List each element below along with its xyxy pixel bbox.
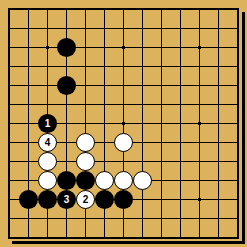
board-intersection[interactable] — [190, 228, 209, 247]
white-stone — [76, 133, 95, 152]
board-intersection[interactable] — [190, 171, 209, 190]
go-board-diagram: 1432 — [0, 0, 247, 247]
board-intersection[interactable] — [114, 190, 133, 209]
black-stone — [95, 190, 114, 209]
board-intersection[interactable] — [171, 95, 190, 114]
board-intersection[interactable] — [190, 76, 209, 95]
board-intersection[interactable] — [190, 114, 209, 133]
board-intersection[interactable] — [19, 171, 38, 190]
board-intersection[interactable] — [171, 0, 190, 19]
board-intersection[interactable] — [152, 19, 171, 38]
board-intersection[interactable] — [57, 152, 76, 171]
board-intersection[interactable] — [114, 133, 133, 152]
board-intersection[interactable] — [95, 0, 114, 19]
board-intersection[interactable] — [133, 171, 152, 190]
board-intersection[interactable] — [38, 171, 57, 190]
board-intersection[interactable] — [57, 0, 76, 19]
board-intersection[interactable] — [76, 38, 95, 57]
board-intersection[interactable] — [133, 57, 152, 76]
board-intersection[interactable] — [133, 76, 152, 95]
board-intersection[interactable] — [228, 133, 247, 152]
board-intersection[interactable] — [228, 19, 247, 38]
board-intersection[interactable] — [152, 95, 171, 114]
board-intersection[interactable] — [190, 190, 209, 209]
board-intersection[interactable] — [209, 190, 228, 209]
board-intersection[interactable] — [228, 57, 247, 76]
board-intersection[interactable] — [133, 0, 152, 19]
board-intersection[interactable] — [209, 38, 228, 57]
board-intersection[interactable] — [190, 57, 209, 76]
board-intersection[interactable] — [133, 38, 152, 57]
board-intersection[interactable] — [171, 38, 190, 57]
board-intersection[interactable]: 1 — [38, 114, 57, 133]
board-intersection[interactable] — [171, 171, 190, 190]
board-intersection[interactable] — [19, 209, 38, 228]
white-stone — [76, 152, 95, 171]
board-intersection[interactable] — [133, 228, 152, 247]
board-intersection[interactable] — [171, 190, 190, 209]
board-intersection[interactable]: 4 — [38, 133, 57, 152]
board-intersection[interactable] — [95, 133, 114, 152]
board-intersection[interactable] — [57, 19, 76, 38]
board-intersection[interactable] — [38, 57, 57, 76]
board-intersection[interactable] — [76, 95, 95, 114]
board-intersection[interactable] — [95, 209, 114, 228]
board-intersection[interactable] — [57, 114, 76, 133]
board-intersection[interactable] — [76, 0, 95, 19]
board-intersection[interactable] — [133, 133, 152, 152]
board-intersection[interactable] — [38, 19, 57, 38]
board-intersection[interactable] — [19, 228, 38, 247]
board-intersection[interactable] — [114, 19, 133, 38]
board-intersection[interactable] — [228, 95, 247, 114]
black-stone — [57, 76, 76, 95]
board-intersection[interactable] — [190, 38, 209, 57]
board-intersection[interactable] — [209, 19, 228, 38]
board-intersection[interactable] — [38, 76, 57, 95]
board-intersection[interactable] — [114, 228, 133, 247]
board-intersection[interactable] — [152, 190, 171, 209]
board-intersection[interactable] — [38, 38, 57, 57]
board-intersection[interactable] — [228, 152, 247, 171]
board-intersection[interactable] — [114, 57, 133, 76]
board-intersection[interactable] — [38, 95, 57, 114]
board-intersection[interactable] — [228, 190, 247, 209]
board-intersection[interactable] — [57, 171, 76, 190]
board-intersection[interactable] — [95, 152, 114, 171]
black-stone — [57, 171, 76, 190]
board-intersection[interactable] — [95, 190, 114, 209]
board-intersection[interactable] — [171, 228, 190, 247]
board-intersection[interactable] — [19, 114, 38, 133]
board-intersection[interactable] — [19, 76, 38, 95]
board-intersection[interactable] — [209, 114, 228, 133]
board-intersection[interactable] — [114, 38, 133, 57]
board-intersection[interactable] — [76, 114, 95, 133]
board-intersection[interactable] — [95, 76, 114, 95]
white-stone — [38, 171, 57, 190]
board-intersection[interactable] — [114, 0, 133, 19]
board-intersection[interactable] — [19, 19, 38, 38]
board-intersection[interactable] — [190, 19, 209, 38]
white-stone — [95, 171, 114, 190]
board-intersection[interactable] — [152, 152, 171, 171]
board-intersection[interactable] — [76, 228, 95, 247]
board-intersection[interactable] — [114, 114, 133, 133]
board-intersection[interactable] — [171, 76, 190, 95]
board-intersection[interactable] — [57, 228, 76, 247]
board-intersection[interactable] — [76, 133, 95, 152]
board-intersection[interactable] — [95, 57, 114, 76]
board-intersection[interactable] — [19, 152, 38, 171]
board-intersection[interactable] — [19, 190, 38, 209]
board-intersection[interactable] — [95, 19, 114, 38]
board-intersection[interactable] — [209, 228, 228, 247]
board-intersection[interactable] — [152, 38, 171, 57]
move-number-label: 1 — [45, 119, 51, 129]
board-intersection[interactable] — [57, 95, 76, 114]
board-intersection[interactable] — [95, 95, 114, 114]
board-intersection[interactable] — [0, 19, 19, 38]
black-stone: 3 — [57, 190, 76, 209]
board-intersection[interactable] — [19, 38, 38, 57]
board-intersection[interactable] — [0, 209, 19, 228]
board-intersection[interactable] — [57, 38, 76, 57]
board-intersection[interactable] — [171, 152, 190, 171]
black-stone — [57, 38, 76, 57]
board-intersection[interactable] — [228, 38, 247, 57]
board-intersection[interactable] — [171, 19, 190, 38]
black-stone — [19, 190, 38, 209]
board-intersection[interactable] — [0, 171, 19, 190]
black-stone: 1 — [38, 114, 57, 133]
board-intersection[interactable] — [190, 152, 209, 171]
board-intersection[interactable] — [76, 19, 95, 38]
board-intersection[interactable] — [171, 133, 190, 152]
board-intersection[interactable] — [133, 95, 152, 114]
move-number-label: 3 — [64, 195, 70, 205]
move-number-label: 4 — [45, 138, 51, 148]
board-intersection[interactable] — [152, 57, 171, 76]
black-stone — [76, 171, 95, 190]
board-grid: 1432 — [0, 0, 247, 247]
board-intersection[interactable] — [95, 171, 114, 190]
white-stone — [38, 152, 57, 171]
board-intersection[interactable] — [228, 0, 247, 19]
board-intersection[interactable] — [38, 190, 57, 209]
board-intersection[interactable] — [38, 209, 57, 228]
board-intersection[interactable] — [171, 114, 190, 133]
board-intersection[interactable] — [190, 133, 209, 152]
board-intersection[interactable] — [0, 0, 19, 19]
board-intersection[interactable] — [133, 190, 152, 209]
board-intersection[interactable] — [209, 76, 228, 95]
board-intersection[interactable] — [114, 171, 133, 190]
board-intersection[interactable] — [19, 95, 38, 114]
board-intersection[interactable] — [95, 228, 114, 247]
board-intersection[interactable] — [38, 0, 57, 19]
board-intersection[interactable] — [152, 228, 171, 247]
board-intersection[interactable] — [76, 152, 95, 171]
board-intersection[interactable] — [228, 114, 247, 133]
white-stone — [114, 133, 133, 152]
black-stone — [114, 190, 133, 209]
board-intersection[interactable] — [0, 228, 19, 247]
board-intersection[interactable] — [152, 171, 171, 190]
board-intersection[interactable] — [76, 76, 95, 95]
board-intersection[interactable] — [152, 209, 171, 228]
board-intersection[interactable] — [95, 38, 114, 57]
board-intersection[interactable] — [171, 57, 190, 76]
board-intersection[interactable] — [171, 209, 190, 228]
board-intersection[interactable] — [57, 76, 76, 95]
board-intersection[interactable]: 3 — [57, 190, 76, 209]
board-intersection[interactable]: 2 — [76, 190, 95, 209]
board-intersection[interactable] — [228, 209, 247, 228]
board-intersection[interactable] — [133, 209, 152, 228]
board-intersection[interactable] — [57, 57, 76, 76]
board-intersection[interactable] — [0, 133, 19, 152]
board-intersection[interactable] — [114, 209, 133, 228]
board-intersection[interactable] — [76, 171, 95, 190]
board-intersection[interactable] — [114, 76, 133, 95]
board-intersection[interactable] — [38, 152, 57, 171]
board-intersection[interactable] — [152, 114, 171, 133]
white-stone: 2 — [76, 190, 95, 209]
board-intersection[interactable] — [190, 209, 209, 228]
board-intersection[interactable] — [133, 19, 152, 38]
board-intersection[interactable] — [0, 95, 19, 114]
board-intersection[interactable] — [209, 133, 228, 152]
white-stone: 4 — [38, 133, 57, 152]
board-intersection[interactable] — [209, 152, 228, 171]
board-intersection[interactable] — [19, 133, 38, 152]
board-intersection[interactable] — [57, 209, 76, 228]
white-stone — [133, 171, 152, 190]
board-intersection[interactable] — [133, 152, 152, 171]
board-intersection[interactable] — [19, 57, 38, 76]
board-intersection[interactable] — [152, 133, 171, 152]
board-intersection[interactable] — [133, 114, 152, 133]
board-intersection[interactable] — [190, 0, 209, 19]
board-intersection[interactable] — [76, 57, 95, 76]
board-intersection[interactable] — [19, 0, 38, 19]
board-intersection[interactable] — [209, 209, 228, 228]
board-intersection[interactable] — [76, 209, 95, 228]
board-intersection[interactable] — [228, 171, 247, 190]
board-intersection[interactable] — [0, 57, 19, 76]
board-intersection[interactable] — [38, 228, 57, 247]
board-intersection[interactable] — [0, 38, 19, 57]
board-intersection[interactable] — [0, 190, 19, 209]
black-stone — [38, 190, 57, 209]
board-intersection[interactable] — [0, 152, 19, 171]
board-intersection[interactable] — [114, 95, 133, 114]
board-intersection[interactable] — [0, 76, 19, 95]
board-intersection[interactable] — [209, 171, 228, 190]
board-intersection[interactable] — [114, 152, 133, 171]
white-stone — [114, 171, 133, 190]
board-intersection[interactable] — [209, 57, 228, 76]
board-intersection[interactable] — [228, 76, 247, 95]
move-number-label: 2 — [83, 195, 89, 205]
board-intersection[interactable] — [152, 0, 171, 19]
board-intersection[interactable] — [228, 228, 247, 247]
board-intersection[interactable] — [0, 114, 19, 133]
board-intersection[interactable] — [152, 76, 171, 95]
board-intersection[interactable] — [209, 95, 228, 114]
board-intersection[interactable] — [95, 114, 114, 133]
board-intersection[interactable] — [209, 0, 228, 19]
board-intersection[interactable] — [190, 95, 209, 114]
board-intersection[interactable] — [57, 133, 76, 152]
